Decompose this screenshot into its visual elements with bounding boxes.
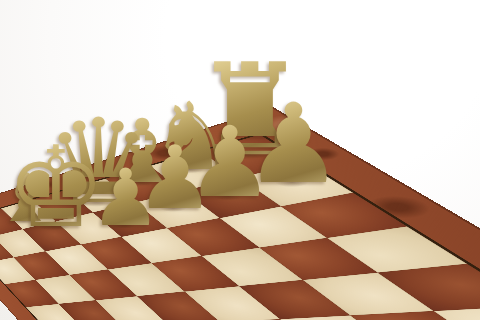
chess-board: [0, 133, 480, 320]
photo-backdrop: ♜♞♝♛♚♝♟♟♟♟: [0, 0, 480, 320]
board-frame: [0, 107, 480, 320]
